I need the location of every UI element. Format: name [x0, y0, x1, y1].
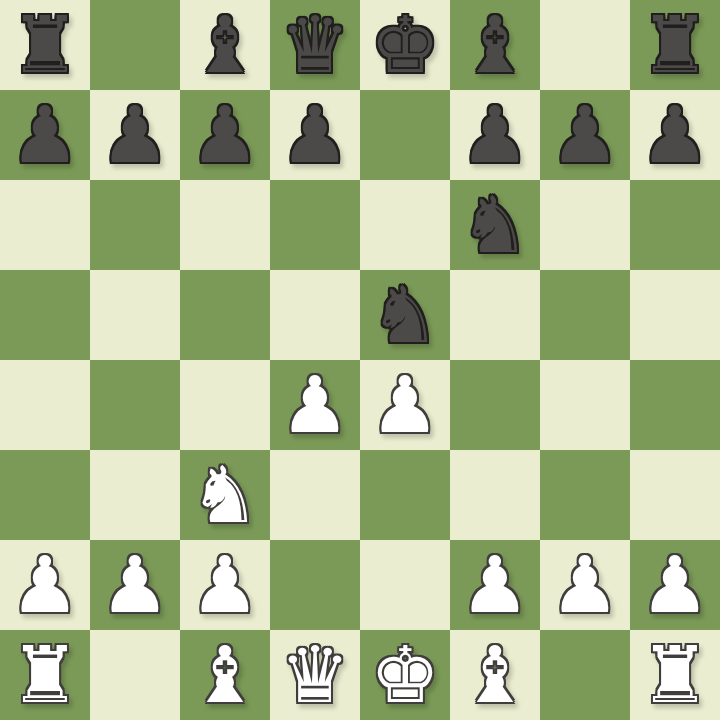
square-c6[interactable] [180, 180, 270, 270]
square-b5[interactable] [90, 270, 180, 360]
square-h8[interactable]: ♜ [630, 0, 720, 90]
square-g7[interactable]: ♟ [540, 90, 630, 180]
square-d6[interactable] [270, 180, 360, 270]
piece-white-pawn[interactable]: ♟ [270, 360, 360, 450]
piece-black-king[interactable]: ♚ [360, 0, 450, 90]
piece-white-rook[interactable]: ♜ [630, 630, 720, 720]
square-a6[interactable] [0, 180, 90, 270]
square-f2[interactable]: ♟ [450, 540, 540, 630]
square-b3[interactable] [90, 450, 180, 540]
piece-white-pawn[interactable]: ♟ [630, 540, 720, 630]
square-g1[interactable] [540, 630, 630, 720]
square-e1[interactable]: ♚ [360, 630, 450, 720]
square-g4[interactable] [540, 360, 630, 450]
piece-black-pawn[interactable]: ♟ [180, 90, 270, 180]
square-d2[interactable] [270, 540, 360, 630]
square-h7[interactable]: ♟ [630, 90, 720, 180]
piece-black-bishop[interactable]: ♝ [450, 0, 540, 90]
piece-white-knight[interactable]: ♞ [180, 450, 270, 540]
square-g8[interactable] [540, 0, 630, 90]
piece-black-queen[interactable]: ♛ [270, 0, 360, 90]
square-g6[interactable] [540, 180, 630, 270]
square-f1[interactable]: ♝ [450, 630, 540, 720]
square-g5[interactable] [540, 270, 630, 360]
square-f4[interactable] [450, 360, 540, 450]
square-e8[interactable]: ♚ [360, 0, 450, 90]
square-b7[interactable]: ♟ [90, 90, 180, 180]
piece-white-pawn[interactable]: ♟ [360, 360, 450, 450]
square-b8[interactable] [90, 0, 180, 90]
piece-white-queen[interactable]: ♛ [270, 630, 360, 720]
square-e6[interactable] [360, 180, 450, 270]
square-d4[interactable]: ♟ [270, 360, 360, 450]
piece-white-bishop[interactable]: ♝ [180, 630, 270, 720]
square-h4[interactable] [630, 360, 720, 450]
square-h3[interactable] [630, 450, 720, 540]
square-b4[interactable] [90, 360, 180, 450]
piece-white-pawn[interactable]: ♟ [0, 540, 90, 630]
square-f3[interactable] [450, 450, 540, 540]
square-f5[interactable] [450, 270, 540, 360]
square-c4[interactable] [180, 360, 270, 450]
square-d1[interactable]: ♛ [270, 630, 360, 720]
square-h6[interactable] [630, 180, 720, 270]
square-e7[interactable] [360, 90, 450, 180]
square-a8[interactable]: ♜ [0, 0, 90, 90]
square-g2[interactable]: ♟ [540, 540, 630, 630]
piece-black-rook[interactable]: ♜ [630, 0, 720, 90]
square-f6[interactable]: ♞ [450, 180, 540, 270]
piece-white-pawn[interactable]: ♟ [450, 540, 540, 630]
square-b6[interactable] [90, 180, 180, 270]
square-h5[interactable] [630, 270, 720, 360]
square-e3[interactable] [360, 450, 450, 540]
square-f7[interactable]: ♟ [450, 90, 540, 180]
piece-white-pawn[interactable]: ♟ [180, 540, 270, 630]
chess-board: ♜♝♛♚♝♜♟♟♟♟♟♟♟♞♞♟♟♞♟♟♟♟♟♟♜♝♛♚♝♜ [0, 0, 720, 720]
piece-black-knight[interactable]: ♞ [450, 180, 540, 270]
square-b2[interactable]: ♟ [90, 540, 180, 630]
square-e4[interactable]: ♟ [360, 360, 450, 450]
square-d8[interactable]: ♛ [270, 0, 360, 90]
square-d5[interactable] [270, 270, 360, 360]
piece-black-pawn[interactable]: ♟ [630, 90, 720, 180]
piece-black-pawn[interactable]: ♟ [450, 90, 540, 180]
square-h2[interactable]: ♟ [630, 540, 720, 630]
square-e5[interactable]: ♞ [360, 270, 450, 360]
square-c8[interactable]: ♝ [180, 0, 270, 90]
square-c7[interactable]: ♟ [180, 90, 270, 180]
piece-white-rook[interactable]: ♜ [0, 630, 90, 720]
piece-black-knight[interactable]: ♞ [360, 270, 450, 360]
square-g3[interactable] [540, 450, 630, 540]
square-a7[interactable]: ♟ [0, 90, 90, 180]
square-e2[interactable] [360, 540, 450, 630]
square-b1[interactable] [90, 630, 180, 720]
piece-white-pawn[interactable]: ♟ [540, 540, 630, 630]
piece-black-bishop[interactable]: ♝ [180, 0, 270, 90]
square-c2[interactable]: ♟ [180, 540, 270, 630]
square-a2[interactable]: ♟ [0, 540, 90, 630]
square-c1[interactable]: ♝ [180, 630, 270, 720]
square-a4[interactable] [0, 360, 90, 450]
square-h1[interactable]: ♜ [630, 630, 720, 720]
square-a5[interactable] [0, 270, 90, 360]
piece-white-bishop[interactable]: ♝ [450, 630, 540, 720]
piece-black-pawn[interactable]: ♟ [90, 90, 180, 180]
square-d3[interactable] [270, 450, 360, 540]
square-f8[interactable]: ♝ [450, 0, 540, 90]
piece-black-pawn[interactable]: ♟ [0, 90, 90, 180]
piece-black-pawn[interactable]: ♟ [270, 90, 360, 180]
piece-black-pawn[interactable]: ♟ [540, 90, 630, 180]
piece-white-king[interactable]: ♚ [360, 630, 450, 720]
square-d7[interactable]: ♟ [270, 90, 360, 180]
piece-black-rook[interactable]: ♜ [0, 0, 90, 90]
square-c3[interactable]: ♞ [180, 450, 270, 540]
square-a1[interactable]: ♜ [0, 630, 90, 720]
square-c5[interactable] [180, 270, 270, 360]
square-a3[interactable] [0, 450, 90, 540]
piece-white-pawn[interactable]: ♟ [90, 540, 180, 630]
